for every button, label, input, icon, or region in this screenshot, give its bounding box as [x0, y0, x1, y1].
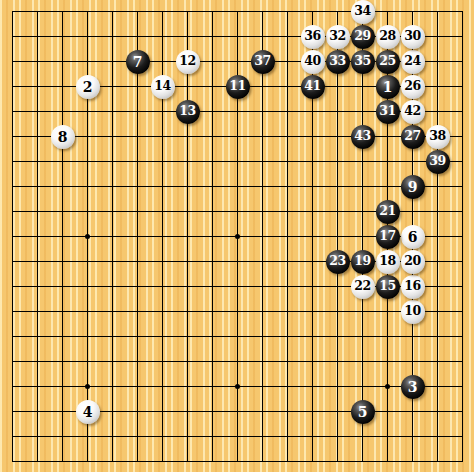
star-point — [85, 234, 90, 239]
stone-black-1[interactable]: 1 — [376, 75, 400, 99]
grid-cell[interactable] — [12, 136, 37, 161]
grid-cell[interactable] — [12, 186, 37, 211]
grid-cell[interactable] — [362, 161, 387, 186]
stone-black-27[interactable]: 27 — [401, 125, 425, 149]
grid-cell[interactable] — [137, 261, 162, 286]
stone-black-13[interactable]: 13 — [176, 100, 200, 124]
grid-cell[interactable] — [37, 336, 62, 361]
stone-white-12[interactable]: 12 — [176, 50, 200, 74]
grid-cell[interactable] — [12, 311, 37, 336]
grid-cell[interactable] — [137, 136, 162, 161]
grid-cell[interactable] — [287, 161, 312, 186]
grid-cell[interactable] — [112, 436, 137, 461]
grid-cell[interactable] — [212, 386, 237, 411]
grid-cell[interactable] — [162, 286, 187, 311]
move-number: 28 — [379, 30, 395, 43]
grid-cell[interactable] — [87, 361, 112, 386]
grid-cell[interactable] — [437, 236, 462, 261]
grid-cell[interactable] — [437, 286, 462, 311]
stone-white-20[interactable]: 20 — [401, 250, 425, 274]
grid-cell[interactable] — [12, 361, 37, 386]
grid-cell[interactable] — [337, 186, 362, 211]
stone-black-39[interactable]: 39 — [426, 150, 450, 174]
grid-cell[interactable] — [162, 411, 187, 436]
stone-black-23[interactable]: 23 — [326, 250, 350, 274]
grid-cell[interactable] — [62, 286, 87, 311]
grid-cell[interactable] — [262, 186, 287, 211]
grid-cell[interactable] — [262, 236, 287, 261]
grid-cell[interactable] — [237, 411, 262, 436]
grid-cell[interactable] — [12, 386, 37, 411]
grid-cell[interactable] — [237, 111, 262, 136]
grid-cell[interactable] — [437, 186, 462, 211]
grid-cell[interactable] — [287, 261, 312, 286]
move-number: 7 — [133, 55, 143, 69]
grid-cell[interactable] — [362, 361, 387, 386]
stone-white-22[interactable]: 22 — [351, 275, 375, 299]
grid-cell[interactable] — [287, 211, 312, 236]
grid-cell[interactable] — [262, 386, 287, 411]
grid-cell[interactable] — [137, 211, 162, 236]
grid-cell[interactable] — [137, 111, 162, 136]
grid-cell[interactable] — [237, 311, 262, 336]
grid-cell[interactable] — [387, 336, 412, 361]
grid-cell[interactable] — [37, 11, 62, 36]
move-number: 9 — [408, 180, 418, 194]
move-number: 41 — [304, 80, 320, 93]
stone-black-37[interactable]: 37 — [251, 50, 275, 74]
grid-cell[interactable] — [62, 186, 87, 211]
grid-cell[interactable] — [437, 311, 462, 336]
grid-cell[interactable] — [162, 386, 187, 411]
grid-cell[interactable] — [187, 336, 212, 361]
grid-cell[interactable] — [137, 186, 162, 211]
stone-white-10[interactable]: 10 — [401, 300, 425, 324]
move-number: 12 — [179, 55, 195, 68]
grid-cell[interactable] — [162, 186, 187, 211]
grid-cell[interactable] — [212, 186, 237, 211]
grid-cell[interactable] — [62, 11, 87, 36]
grid-cell[interactable] — [212, 411, 237, 436]
grid-cell[interactable] — [237, 386, 262, 411]
grid-cell[interactable] — [437, 36, 462, 61]
grid-cell[interactable] — [87, 111, 112, 136]
grid-cell[interactable] — [262, 86, 287, 111]
grid-cell[interactable] — [237, 361, 262, 386]
stone-black-11[interactable]: 11 — [226, 75, 250, 99]
grid-cell[interactable] — [12, 411, 37, 436]
grid-cell[interactable] — [137, 11, 162, 36]
grid-cell[interactable] — [187, 386, 212, 411]
grid-cell[interactable] — [12, 336, 37, 361]
stone-white-32[interactable]: 32 — [326, 25, 350, 49]
stone-white-2[interactable]: 2 — [76, 75, 100, 99]
grid-cell[interactable] — [37, 411, 62, 436]
stone-white-40[interactable]: 40 — [301, 50, 325, 74]
grid-cell[interactable] — [287, 111, 312, 136]
grid-cell[interactable] — [212, 436, 237, 461]
grid-cell[interactable] — [137, 286, 162, 311]
grid-cell[interactable] — [37, 86, 62, 111]
move-number: 16 — [404, 280, 420, 293]
grid-cell[interactable] — [112, 411, 137, 436]
grid-cell[interactable] — [412, 411, 437, 436]
stone-white-28[interactable]: 28 — [376, 25, 400, 49]
grid-cell[interactable] — [312, 111, 337, 136]
grid-cell[interactable] — [12, 286, 37, 311]
grid-cell[interactable] — [87, 11, 112, 36]
grid-cell[interactable] — [412, 436, 437, 461]
grid-cell[interactable] — [112, 186, 137, 211]
grid-cell[interactable] — [37, 286, 62, 311]
stone-black-21[interactable]: 21 — [376, 200, 400, 224]
move-number: 11 — [229, 80, 245, 93]
grid-cell[interactable] — [337, 311, 362, 336]
grid-cell[interactable] — [262, 11, 287, 36]
grid-cell[interactable] — [62, 436, 87, 461]
grid-cell[interactable] — [337, 361, 362, 386]
grid-cell[interactable] — [112, 211, 137, 236]
grid-cell[interactable] — [87, 261, 112, 286]
grid-cell[interactable] — [312, 411, 337, 436]
grid-cell[interactable] — [12, 211, 37, 236]
grid-cell[interactable] — [437, 386, 462, 411]
move-number: 17 — [379, 230, 395, 243]
grid-cell[interactable] — [437, 61, 462, 86]
grid-cell[interactable] — [437, 361, 462, 386]
grid-cell[interactable] — [62, 361, 87, 386]
stone-black-7[interactable]: 7 — [126, 50, 150, 74]
stone-white-8[interactable]: 8 — [51, 125, 75, 149]
grid-cell[interactable] — [162, 336, 187, 361]
stone-white-16[interactable]: 16 — [401, 275, 425, 299]
grid-cell[interactable] — [337, 436, 362, 461]
grid-cell[interactable] — [37, 311, 62, 336]
grid-cell[interactable] — [287, 236, 312, 261]
grid-cell[interactable] — [312, 336, 337, 361]
grid-cell[interactable] — [287, 411, 312, 436]
stone-white-36[interactable]: 36 — [301, 25, 325, 49]
grid-cell[interactable] — [187, 361, 212, 386]
move-number: 13 — [179, 105, 195, 118]
grid-cell[interactable] — [12, 61, 37, 86]
grid-cell[interactable] — [112, 136, 137, 161]
grid-cell[interactable] — [337, 161, 362, 186]
grid-cell[interactable] — [62, 36, 87, 61]
grid-cell[interactable] — [112, 261, 137, 286]
move-number: 26 — [404, 80, 420, 93]
grid-cell[interactable] — [37, 436, 62, 461]
stone-black-5[interactable]: 5 — [351, 400, 375, 424]
grid-cell[interactable] — [87, 36, 112, 61]
grid-cell[interactable] — [162, 436, 187, 461]
grid-cell[interactable] — [187, 161, 212, 186]
grid-cell[interactable] — [237, 436, 262, 461]
grid-cell[interactable] — [312, 186, 337, 211]
grid-cell[interactable] — [237, 11, 262, 36]
grid-cell[interactable] — [62, 236, 87, 261]
grid-cell[interactable] — [37, 361, 62, 386]
grid-cell[interactable] — [37, 236, 62, 261]
grid-cell[interactable] — [62, 336, 87, 361]
grid-cell[interactable] — [187, 211, 212, 236]
grid-cell[interactable] — [112, 386, 137, 411]
grid-cell[interactable] — [87, 161, 112, 186]
grid-cell[interactable] — [187, 411, 212, 436]
grid-cell[interactable] — [37, 61, 62, 86]
grid-cell[interactable] — [187, 311, 212, 336]
grid-cell[interactable] — [262, 361, 287, 386]
grid-cell[interactable] — [262, 436, 287, 461]
stone-white-18[interactable]: 18 — [376, 250, 400, 274]
grid-cell[interactable] — [137, 336, 162, 361]
grid-cell[interactable] — [312, 436, 337, 461]
grid-cell[interactable] — [287, 286, 312, 311]
grid-cell[interactable] — [237, 261, 262, 286]
move-number: 40 — [304, 55, 320, 68]
move-number: 1 — [383, 80, 393, 94]
grid-cell[interactable] — [287, 361, 312, 386]
grid-cell[interactable] — [37, 261, 62, 286]
stone-black-19[interactable]: 19 — [351, 250, 375, 274]
grid-cell[interactable] — [87, 436, 112, 461]
grid-cell[interactable] — [112, 11, 137, 36]
grid-cell[interactable] — [237, 236, 262, 261]
grid-cell[interactable] — [162, 211, 187, 236]
grid-cell[interactable] — [87, 286, 112, 311]
stone-black-35[interactable]: 35 — [351, 50, 375, 74]
grid-cell[interactable] — [137, 311, 162, 336]
grid-cell[interactable] — [212, 361, 237, 386]
grid-cell[interactable] — [287, 186, 312, 211]
grid-cell[interactable] — [137, 436, 162, 461]
grid-cell[interactable] — [112, 361, 137, 386]
grid-cell[interactable] — [62, 311, 87, 336]
grid-cell[interactable] — [312, 311, 337, 336]
move-number: 34 — [354, 5, 370, 18]
grid-cell[interactable] — [112, 111, 137, 136]
grid-cell[interactable] — [12, 36, 37, 61]
stone-black-15[interactable]: 15 — [376, 275, 400, 299]
grid-cell[interactable] — [262, 286, 287, 311]
go-board-diagram: 1234567891011121314151617181920212223242… — [0, 0, 474, 472]
grid-cell[interactable] — [237, 336, 262, 361]
stone-white-14[interactable]: 14 — [151, 75, 175, 99]
grid-cell[interactable] — [212, 236, 237, 261]
grid-cell[interactable] — [187, 136, 212, 161]
move-number: 19 — [354, 255, 370, 268]
grid-cell[interactable] — [262, 411, 287, 436]
grid-cell[interactable] — [12, 236, 37, 261]
move-number: 25 — [379, 55, 395, 68]
grid-cell[interactable] — [12, 436, 37, 461]
grid-cell[interactable] — [262, 261, 287, 286]
grid-cell[interactable] — [337, 86, 362, 111]
grid-cell[interactable] — [162, 11, 187, 36]
grid-cell[interactable] — [162, 236, 187, 261]
grid-cell[interactable] — [37, 36, 62, 61]
grid-cell[interactable] — [212, 36, 237, 61]
grid-cell[interactable] — [437, 211, 462, 236]
grid-cell[interactable] — [312, 386, 337, 411]
grid-cell[interactable] — [12, 161, 37, 186]
grid-cell[interactable] — [212, 286, 237, 311]
grid-cell[interactable] — [37, 161, 62, 186]
grid-cell[interactable] — [162, 361, 187, 386]
grid-cell[interactable] — [87, 211, 112, 236]
grid-cell[interactable] — [312, 211, 337, 236]
grid-cell[interactable] — [362, 336, 387, 361]
grid-cell[interactable] — [212, 336, 237, 361]
move-number: 35 — [354, 55, 370, 68]
grid-cell[interactable] — [212, 11, 237, 36]
grid-cell[interactable] — [437, 86, 462, 111]
grid-cell[interactable] — [12, 111, 37, 136]
grid-cell[interactable] — [437, 436, 462, 461]
grid-cell[interactable] — [312, 361, 337, 386]
stone-black-3[interactable]: 3 — [401, 375, 425, 399]
stone-black-9[interactable]: 9 — [401, 175, 425, 199]
grid-cell[interactable] — [37, 211, 62, 236]
grid-cell[interactable] — [212, 211, 237, 236]
grid-cell[interactable] — [437, 411, 462, 436]
grid-cell[interactable] — [312, 161, 337, 186]
grid-cell[interactable] — [137, 161, 162, 186]
grid-cell[interactable] — [287, 336, 312, 361]
grid-cell[interactable] — [37, 386, 62, 411]
move-number: 20 — [404, 255, 420, 268]
grid-cell[interactable] — [362, 436, 387, 461]
move-number: 4 — [83, 405, 93, 419]
stone-black-41[interactable]: 41 — [301, 75, 325, 99]
stone-white-42[interactable]: 42 — [401, 100, 425, 124]
grid-cell[interactable] — [237, 286, 262, 311]
stone-black-25[interactable]: 25 — [376, 50, 400, 74]
grid-cell[interactable] — [187, 436, 212, 461]
grid-cell[interactable] — [162, 311, 187, 336]
grid-cell[interactable] — [187, 186, 212, 211]
grid-cell[interactable] — [362, 311, 387, 336]
grid-cell[interactable] — [87, 136, 112, 161]
grid-cell[interactable] — [37, 186, 62, 211]
stone-black-43[interactable]: 43 — [351, 125, 375, 149]
move-number: 24 — [404, 55, 420, 68]
grid-cell[interactable] — [187, 11, 212, 36]
star-point — [385, 384, 390, 389]
grid-cell[interactable] — [237, 161, 262, 186]
stone-white-6[interactable]: 6 — [401, 225, 425, 249]
move-number: 36 — [304, 30, 320, 43]
grid-cell[interactable] — [137, 361, 162, 386]
grid-cell[interactable] — [262, 211, 287, 236]
grid-cell[interactable] — [287, 136, 312, 161]
grid-cell[interactable] — [212, 261, 237, 286]
grid-cell[interactable] — [337, 211, 362, 236]
stone-white-34[interactable]: 34 — [351, 0, 375, 24]
stone-black-33[interactable]: 33 — [326, 50, 350, 74]
grid-cell[interactable] — [137, 411, 162, 436]
move-number: 37 — [254, 55, 270, 68]
grid-cell[interactable] — [112, 86, 137, 111]
grid-cell[interactable] — [137, 386, 162, 411]
grid-cell[interactable] — [337, 336, 362, 361]
grid-cell[interactable] — [162, 261, 187, 286]
grid-cell[interactable] — [387, 436, 412, 461]
grid-cell[interactable] — [87, 236, 112, 261]
grid-cell[interactable] — [237, 211, 262, 236]
stone-white-38[interactable]: 38 — [426, 125, 450, 149]
grid-cell[interactable] — [237, 136, 262, 161]
grid-cell[interactable] — [287, 436, 312, 461]
grid-cell[interactable] — [137, 236, 162, 261]
stone-white-26[interactable]: 26 — [401, 75, 425, 99]
grid-cell[interactable] — [12, 11, 37, 36]
grid-cell[interactable] — [62, 211, 87, 236]
move-number: 15 — [379, 280, 395, 293]
grid-cell[interactable] — [112, 286, 137, 311]
grid-cell[interactable] — [187, 261, 212, 286]
move-number: 32 — [329, 30, 345, 43]
grid-cell[interactable] — [262, 161, 287, 186]
grid-cell[interactable] — [112, 336, 137, 361]
grid-cell[interactable] — [87, 186, 112, 211]
grid-cell[interactable] — [12, 261, 37, 286]
grid-cell[interactable] — [312, 136, 337, 161]
grid-cell[interactable] — [437, 261, 462, 286]
stone-white-30[interactable]: 30 — [401, 25, 425, 49]
grid-cell[interactable] — [312, 286, 337, 311]
grid-cell[interactable] — [112, 311, 137, 336]
star-point — [235, 384, 240, 389]
grid-cell[interactable] — [212, 111, 237, 136]
grid-cell[interactable] — [12, 86, 37, 111]
grid-cell[interactable] — [162, 136, 187, 161]
grid-cell[interactable] — [212, 161, 237, 186]
grid-cell[interactable] — [437, 336, 462, 361]
stone-white-24[interactable]: 24 — [401, 50, 425, 74]
grid-cell[interactable] — [387, 411, 412, 436]
grid-cell[interactable] — [262, 111, 287, 136]
grid-cell[interactable] — [87, 311, 112, 336]
grid-cell[interactable] — [412, 336, 437, 361]
grid-cell[interactable] — [212, 136, 237, 161]
grid-cell[interactable] — [262, 136, 287, 161]
grid-cell[interactable] — [262, 311, 287, 336]
move-number: 30 — [404, 30, 420, 43]
grid-cell[interactable] — [87, 336, 112, 361]
grid-cell[interactable] — [262, 336, 287, 361]
grid-cell[interactable] — [187, 236, 212, 261]
grid-cell[interactable] — [62, 261, 87, 286]
grid-cell[interactable] — [212, 311, 237, 336]
star-point — [235, 234, 240, 239]
move-number: 43 — [354, 130, 370, 143]
stone-white-4[interactable]: 4 — [76, 400, 100, 424]
stone-black-29[interactable]: 29 — [351, 25, 375, 49]
grid-cell[interactable] — [187, 286, 212, 311]
grid-cell[interactable] — [237, 186, 262, 211]
grid-cell[interactable] — [162, 161, 187, 186]
grid-cell[interactable] — [287, 311, 312, 336]
grid-cell[interactable] — [112, 161, 137, 186]
grid-cell[interactable] — [112, 236, 137, 261]
grid-cell[interactable] — [287, 386, 312, 411]
grid-cell[interactable] — [437, 11, 462, 36]
grid-cell[interactable] — [62, 161, 87, 186]
move-number: 38 — [429, 130, 445, 143]
stone-black-31[interactable]: 31 — [376, 100, 400, 124]
stone-black-17[interactable]: 17 — [376, 225, 400, 249]
